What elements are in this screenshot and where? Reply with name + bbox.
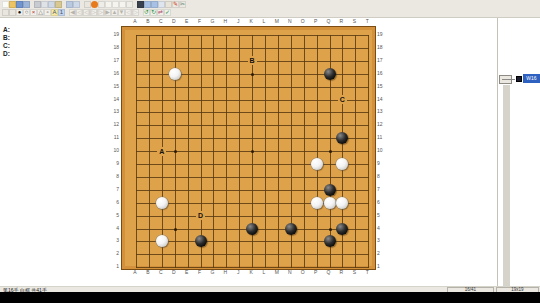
coordinate-letter: N bbox=[284, 269, 296, 275]
white-stone-D16[interactable] bbox=[169, 68, 181, 80]
variation-label: A: bbox=[3, 26, 10, 34]
coordinate-number: 15 bbox=[108, 83, 119, 89]
coordinate-letter: G bbox=[206, 269, 218, 275]
coordinate-number: 7 bbox=[377, 186, 388, 192]
coordinate-number: 9 bbox=[377, 160, 388, 166]
coordinate-number: 14 bbox=[108, 96, 119, 102]
ball-icon[interactable] bbox=[91, 1, 98, 8]
board-setup-icon[interactable] bbox=[98, 1, 105, 8]
coordinate-number: 10 bbox=[108, 147, 119, 153]
coordinate-number: 5 bbox=[377, 212, 388, 218]
tree-branch-line bbox=[508, 79, 515, 80]
coordinate-number: 17 bbox=[377, 57, 388, 63]
coordinate-letter: E bbox=[181, 18, 193, 24]
coordinate-number: 13 bbox=[108, 108, 119, 114]
coordinate-number: 8 bbox=[377, 173, 388, 179]
coordinate-number: 9 bbox=[108, 160, 119, 166]
board-large-icon[interactable] bbox=[126, 1, 133, 8]
coordinate-number: 1 bbox=[108, 263, 119, 269]
rotate-right-icon[interactable]: ↻ bbox=[150, 9, 157, 16]
black-stone-R11[interactable] bbox=[336, 132, 348, 144]
redo-icon[interactable] bbox=[73, 1, 80, 8]
star-point bbox=[251, 73, 254, 76]
coordinate-number: 3 bbox=[377, 237, 388, 243]
grid-line bbox=[355, 35, 356, 268]
coordinate-letter: L bbox=[258, 18, 270, 24]
white-stone-Q6[interactable] bbox=[324, 197, 336, 209]
coordinate-letter: C bbox=[155, 269, 167, 275]
coordinate-letter: H bbox=[219, 269, 231, 275]
coordinate-number: 17 bbox=[108, 57, 119, 63]
next-game-icon[interactable]: ▷ bbox=[132, 9, 139, 16]
coordinate-letter: N bbox=[284, 18, 296, 24]
coordinate-number: 4 bbox=[377, 225, 388, 231]
coordinate-letter: M bbox=[271, 18, 283, 24]
coordinate-number: 7 bbox=[108, 186, 119, 192]
move-slider-track[interactable] bbox=[503, 85, 510, 287]
coordinate-number: 5 bbox=[108, 212, 119, 218]
coordinate-letter: L bbox=[258, 269, 270, 275]
copy-icon[interactable] bbox=[48, 1, 55, 8]
coordinate-number: 1 bbox=[377, 263, 388, 269]
coordinate-letter: M bbox=[271, 269, 283, 275]
game-info-icon[interactable] bbox=[84, 1, 91, 8]
coordinate-number: 13 bbox=[377, 108, 388, 114]
go-editor-window: ✎✂ ●○×△▫A1◀◁◁▷▷▶▲▼◁▷↺↻⇄✓ A:B:C:D: ABCD A… bbox=[0, 0, 540, 303]
score-icon[interactable]: ✓ bbox=[164, 9, 171, 16]
variation-label: B: bbox=[3, 34, 10, 42]
prev-game-icon[interactable]: ◁ bbox=[125, 9, 132, 16]
coordinate-letter: O bbox=[297, 269, 309, 275]
coordinate-number: 16 bbox=[108, 70, 119, 76]
black-stone-N4[interactable] bbox=[285, 223, 297, 235]
coordinate-letter: S bbox=[348, 269, 360, 275]
coordinate-letter: R bbox=[335, 269, 347, 275]
toolbar-row-2: ●○×△▫A1◀◁◁▷▷▶▲▼◁▷↺↻⇄✓ bbox=[2, 9, 171, 16]
black-stone-K4[interactable] bbox=[246, 223, 258, 235]
coordinate-number: 19 bbox=[377, 31, 388, 37]
white-stone-C6[interactable] bbox=[156, 197, 168, 209]
coordinate-letter: T bbox=[361, 18, 373, 24]
grid-line bbox=[317, 35, 318, 268]
grid-line bbox=[368, 35, 369, 268]
board-label-A: A bbox=[157, 147, 166, 156]
new-file-icon[interactable] bbox=[2, 1, 9, 8]
star-point bbox=[251, 150, 254, 153]
undo-icon[interactable] bbox=[66, 1, 73, 8]
black-stone-Q7[interactable] bbox=[324, 184, 336, 196]
toolbar-row-1: ✎✂ bbox=[2, 1, 186, 8]
save-file-icon[interactable] bbox=[16, 1, 23, 8]
board-label-D: D bbox=[196, 211, 205, 220]
star-point bbox=[174, 228, 177, 231]
cut-icon[interactable] bbox=[41, 1, 48, 8]
black-stone-Q3[interactable] bbox=[324, 235, 336, 247]
toolbar: ✎✂ ●○×△▫A1◀◁◁▷▷▶▲▼◁▷↺↻⇄✓ bbox=[0, 0, 540, 18]
coordinate-number: 4 bbox=[108, 225, 119, 231]
go-board[interactable]: ABCD bbox=[121, 26, 376, 270]
panel-separator bbox=[497, 18, 498, 287]
coordinate-letter: A bbox=[129, 269, 141, 275]
fwd-10-icon[interactable]: ▷ bbox=[97, 9, 104, 16]
coordinate-letter: J bbox=[232, 18, 244, 24]
rotate-left-icon[interactable]: ↺ bbox=[143, 9, 150, 16]
coordinate-number: 3 bbox=[108, 237, 119, 243]
board-label-C: C bbox=[338, 95, 347, 104]
coordinate-number: 18 bbox=[108, 44, 119, 50]
next-move-icon[interactable] bbox=[158, 1, 165, 8]
coordinate-letter: R bbox=[335, 18, 347, 24]
board-small-icon[interactable] bbox=[112, 1, 119, 8]
coordinate-number: 11 bbox=[108, 134, 119, 140]
star-point bbox=[329, 228, 332, 231]
variation-label: D: bbox=[3, 50, 10, 58]
coordinate-number: 14 bbox=[377, 96, 388, 102]
coordinate-letter: B bbox=[142, 269, 154, 275]
variation-label: C: bbox=[3, 42, 10, 50]
coordinate-letter: P bbox=[310, 269, 322, 275]
grid-line bbox=[136, 254, 369, 255]
coordinate-letter: Q bbox=[323, 269, 335, 275]
move-tool-icon[interactable] bbox=[9, 9, 16, 16]
coordinate-number: 6 bbox=[377, 199, 388, 205]
black-stone-Q16[interactable] bbox=[324, 68, 336, 80]
grid-line bbox=[278, 35, 279, 268]
black-stone-R4[interactable] bbox=[336, 223, 348, 235]
jump-end-icon[interactable]: ▶ bbox=[104, 9, 111, 16]
coordinate-letter: F bbox=[194, 269, 206, 275]
coordinate-number: 8 bbox=[108, 173, 119, 179]
grid-line bbox=[265, 35, 266, 268]
coordinate-number: 15 bbox=[377, 83, 388, 89]
coordinate-letter: T bbox=[361, 269, 373, 275]
first-move-icon[interactable] bbox=[144, 1, 151, 8]
black-stone-icon[interactable]: ● bbox=[16, 9, 23, 16]
last-move-icon[interactable] bbox=[165, 1, 172, 8]
coordinate-number: 2 bbox=[108, 250, 119, 256]
grid-line bbox=[136, 164, 369, 165]
tree-selected-node[interactable]: W16 bbox=[523, 74, 540, 83]
paste-icon[interactable] bbox=[55, 1, 62, 8]
coordinate-letter: Q bbox=[323, 18, 335, 24]
bottom-black-bar bbox=[0, 292, 540, 303]
down-variation-icon[interactable]: ▼ bbox=[118, 9, 125, 16]
flip-board-icon[interactable]: ⇄ bbox=[157, 9, 164, 16]
variation-label-list: A:B:C:D: bbox=[3, 26, 10, 58]
white-stone-C3[interactable] bbox=[156, 235, 168, 247]
coordinate-number: 16 bbox=[377, 70, 388, 76]
fwd-1-icon[interactable]: ▷ bbox=[90, 9, 97, 16]
letter-mark-icon[interactable]: A bbox=[51, 9, 58, 16]
coordinate-number: 6 bbox=[108, 199, 119, 205]
coordinate-letter: D bbox=[168, 269, 180, 275]
coordinate-number: 18 bbox=[377, 44, 388, 50]
star-point bbox=[174, 150, 177, 153]
grid-line bbox=[136, 177, 369, 178]
coordinate-number: 11 bbox=[377, 134, 388, 140]
white-stone-P6[interactable] bbox=[311, 197, 323, 209]
star-point bbox=[329, 150, 332, 153]
coordinate-letter: F bbox=[194, 18, 206, 24]
white-stone-icon[interactable]: ○ bbox=[23, 9, 30, 16]
square-mark-icon[interactable]: ▫ bbox=[44, 9, 51, 16]
back-10-icon[interactable]: ◁ bbox=[76, 9, 83, 16]
coordinate-letter: B bbox=[142, 18, 154, 24]
coordinate-number: 12 bbox=[377, 121, 388, 127]
coordinate-number: 12 bbox=[108, 121, 119, 127]
white-stone-R6[interactable] bbox=[336, 197, 348, 209]
up-variation-icon[interactable]: ▲ bbox=[111, 9, 118, 16]
grid-line bbox=[136, 216, 369, 217]
tree-node-stone-icon[interactable] bbox=[516, 76, 522, 82]
tools-icon[interactable]: ✂ bbox=[179, 1, 186, 8]
print-icon[interactable] bbox=[34, 1, 41, 8]
coordinate-letter: H bbox=[219, 18, 231, 24]
coordinate-letter: S bbox=[348, 18, 360, 24]
back-1-icon[interactable]: ◁ bbox=[83, 9, 90, 16]
coordinate-letter: K bbox=[245, 18, 257, 24]
coordinate-number: 2 bbox=[377, 250, 388, 256]
black-stone-F3[interactable] bbox=[195, 235, 207, 247]
coordinate-number: 19 bbox=[108, 31, 119, 37]
board-label-B: B bbox=[248, 56, 257, 65]
coordinate-letter: D bbox=[168, 18, 180, 24]
edit-pen-icon[interactable]: ✎ bbox=[172, 1, 179, 8]
pointer-tool-icon[interactable] bbox=[2, 9, 9, 16]
coordinate-letter: P bbox=[310, 18, 322, 24]
show-moves-icon[interactable] bbox=[105, 1, 112, 8]
erase-stone-icon[interactable]: × bbox=[30, 9, 37, 16]
coordinate-letter: E bbox=[181, 269, 193, 275]
coordinate-letter: O bbox=[297, 18, 309, 24]
triangle-mark-icon[interactable]: △ bbox=[37, 9, 44, 16]
save-all-icon[interactable] bbox=[23, 1, 30, 8]
prev-move-icon[interactable] bbox=[151, 1, 158, 8]
grid-line bbox=[304, 35, 305, 268]
coordinate-letter: J bbox=[232, 269, 244, 275]
coordinate-letter: C bbox=[155, 18, 167, 24]
coordinate-number: 10 bbox=[377, 147, 388, 153]
number-mark-icon[interactable]: 1 bbox=[58, 9, 65, 16]
coordinate-letter: A bbox=[129, 18, 141, 24]
jump-start-icon[interactable]: ◀ bbox=[69, 9, 76, 16]
coordinate-letter: K bbox=[245, 269, 257, 275]
white-stone-R9[interactable] bbox=[336, 158, 348, 170]
navigate-icon[interactable] bbox=[137, 1, 144, 8]
open-file-icon[interactable] bbox=[9, 1, 16, 8]
white-stone-P9[interactable] bbox=[311, 158, 323, 170]
board-medium-icon[interactable] bbox=[119, 1, 126, 8]
coordinate-letter: G bbox=[206, 18, 218, 24]
